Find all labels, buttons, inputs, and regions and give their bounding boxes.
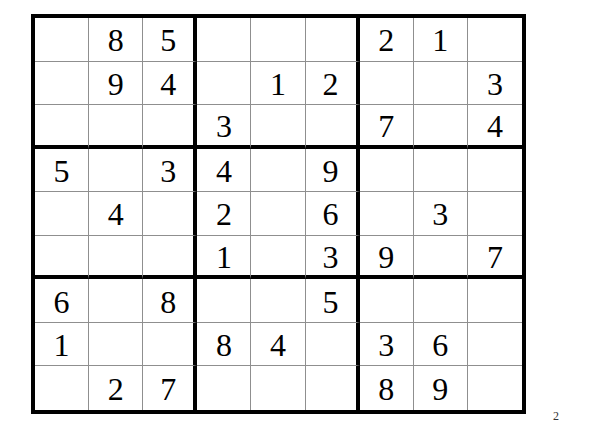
cell-r3c3[interactable] xyxy=(143,105,197,149)
given-digit: 2 xyxy=(216,198,232,230)
cell-r1c6[interactable] xyxy=(306,18,360,62)
given-digit: 3 xyxy=(160,155,176,187)
given-digit: 1 xyxy=(216,241,232,273)
cell-r4c7[interactable] xyxy=(360,149,414,193)
given-digit: 3 xyxy=(216,110,232,142)
given-digit: 5 xyxy=(160,24,176,56)
cell-r2c2[interactable]: 9 xyxy=(89,62,143,106)
cell-r7c1[interactable]: 6 xyxy=(35,279,89,323)
given-digit: 1 xyxy=(54,329,70,361)
cell-r9c2[interactable]: 2 xyxy=(89,366,143,410)
given-digit: 8 xyxy=(216,329,232,361)
given-digit: 7 xyxy=(160,373,176,405)
cell-r1c8[interactable]: 1 xyxy=(414,18,468,62)
cell-r2c4[interactable] xyxy=(197,62,251,106)
given-digit: 5 xyxy=(54,155,70,187)
cell-r5c4[interactable]: 2 xyxy=(197,192,251,236)
cell-r6c6[interactable]: 3 xyxy=(306,236,360,280)
given-digit: 3 xyxy=(323,241,339,273)
cell-r4c1[interactable]: 5 xyxy=(35,149,89,193)
given-digit: 3 xyxy=(378,329,394,361)
cell-r6c3[interactable] xyxy=(143,236,197,280)
given-digit: 4 xyxy=(487,110,503,142)
cell-r5c2[interactable]: 4 xyxy=(89,192,143,236)
cell-r8c6[interactable] xyxy=(306,323,360,367)
cell-r8c2[interactable] xyxy=(89,323,143,367)
cell-r4c8[interactable] xyxy=(414,149,468,193)
given-digit: 7 xyxy=(487,241,503,273)
given-digit: 3 xyxy=(487,68,503,100)
cell-r5c8[interactable]: 3 xyxy=(414,192,468,236)
cell-r5c6[interactable]: 6 xyxy=(306,192,360,236)
cell-r6c5[interactable] xyxy=(251,236,305,280)
cell-r2c6[interactable]: 2 xyxy=(306,62,360,106)
cell-r9c4[interactable] xyxy=(197,366,251,410)
cell-r9c6[interactable] xyxy=(306,366,360,410)
cell-r2c9[interactable]: 3 xyxy=(468,62,522,106)
given-digit: 4 xyxy=(160,68,176,100)
cell-r8c9[interactable] xyxy=(468,323,522,367)
cell-r4c4[interactable]: 4 xyxy=(197,149,251,193)
given-digit: 5 xyxy=(323,286,339,318)
cell-r1c9[interactable] xyxy=(468,18,522,62)
footnote-superscript: 2 xyxy=(553,409,559,424)
cell-r7c6[interactable]: 5 xyxy=(306,279,360,323)
given-digit: 3 xyxy=(432,198,448,230)
cell-r6c9[interactable]: 7 xyxy=(468,236,522,280)
cell-r7c8[interactable] xyxy=(414,279,468,323)
given-digit: 6 xyxy=(323,198,339,230)
cell-r9c1[interactable] xyxy=(35,366,89,410)
given-digit: 1 xyxy=(270,68,286,100)
cell-r2c7[interactable] xyxy=(360,62,414,106)
cell-r3c9[interactable]: 4 xyxy=(468,105,522,149)
given-digit: 8 xyxy=(378,373,394,405)
cell-r8c1[interactable]: 1 xyxy=(35,323,89,367)
given-digit: 2 xyxy=(323,68,339,100)
cell-r7c9[interactable] xyxy=(468,279,522,323)
page: 852194123374534942631397685184362789 2 xyxy=(0,0,600,432)
cell-r6c8[interactable] xyxy=(414,236,468,280)
given-digit: 9 xyxy=(323,155,339,187)
given-digit: 6 xyxy=(54,286,70,318)
given-digit: 6 xyxy=(432,329,448,361)
cell-r6c4[interactable]: 1 xyxy=(197,236,251,280)
cell-r8c8[interactable]: 6 xyxy=(414,323,468,367)
cell-r7c4[interactable] xyxy=(197,279,251,323)
cell-r7c3[interactable]: 8 xyxy=(143,279,197,323)
cell-r6c1[interactable] xyxy=(35,236,89,280)
cell-r9c8[interactable]: 9 xyxy=(414,366,468,410)
cell-r5c1[interactable] xyxy=(35,192,89,236)
cell-r8c3[interactable] xyxy=(143,323,197,367)
cell-r3c2[interactable] xyxy=(89,105,143,149)
cell-r3c8[interactable] xyxy=(414,105,468,149)
cell-r6c2[interactable] xyxy=(89,236,143,280)
given-digit: 2 xyxy=(108,373,124,405)
cell-r2c8[interactable] xyxy=(414,62,468,106)
cell-r8c5[interactable]: 4 xyxy=(251,323,305,367)
cell-r1c1[interactable] xyxy=(35,18,89,62)
given-digit: 7 xyxy=(378,110,394,142)
cell-r8c7[interactable]: 3 xyxy=(360,323,414,367)
cell-r4c9[interactable] xyxy=(468,149,522,193)
cell-r9c9[interactable] xyxy=(468,366,522,410)
cell-r7c5[interactable] xyxy=(251,279,305,323)
cell-r2c5[interactable]: 1 xyxy=(251,62,305,106)
cell-r5c7[interactable] xyxy=(360,192,414,236)
sudoku-board: 852194123374534942631397685184362789 xyxy=(31,14,526,414)
cell-r1c2[interactable]: 8 xyxy=(89,18,143,62)
cell-r4c5[interactable] xyxy=(251,149,305,193)
cell-r2c3[interactable]: 4 xyxy=(143,62,197,106)
given-digit: 8 xyxy=(108,24,124,56)
cell-r3c6[interactable] xyxy=(306,105,360,149)
given-digit: 4 xyxy=(270,329,286,361)
cell-r5c9[interactable] xyxy=(468,192,522,236)
cell-r9c3[interactable]: 7 xyxy=(143,366,197,410)
given-digit: 2 xyxy=(378,24,394,56)
cell-r9c5[interactable] xyxy=(251,366,305,410)
given-digit: 9 xyxy=(108,68,124,100)
cell-r1c3[interactable]: 5 xyxy=(143,18,197,62)
cell-r9c7[interactable]: 8 xyxy=(360,366,414,410)
cell-r3c5[interactable] xyxy=(251,105,305,149)
cell-r3c1[interactable] xyxy=(35,105,89,149)
cell-r1c7[interactable]: 2 xyxy=(360,18,414,62)
cell-r5c5[interactable] xyxy=(251,192,305,236)
cell-r3c4[interactable]: 3 xyxy=(197,105,251,149)
given-digit: 8 xyxy=(160,286,176,318)
given-digit: 1 xyxy=(432,24,448,56)
cell-r1c5[interactable] xyxy=(251,18,305,62)
cell-r7c2[interactable] xyxy=(89,279,143,323)
given-digit: 4 xyxy=(216,155,232,187)
cell-r5c3[interactable] xyxy=(143,192,197,236)
cell-r3c7[interactable]: 7 xyxy=(360,105,414,149)
cell-r6c7[interactable]: 9 xyxy=(360,236,414,280)
cell-r4c6[interactable]: 9 xyxy=(306,149,360,193)
cell-r4c2[interactable] xyxy=(89,149,143,193)
given-digit: 9 xyxy=(432,373,448,405)
cell-r7c7[interactable] xyxy=(360,279,414,323)
cell-r1c4[interactable] xyxy=(197,18,251,62)
given-digit: 4 xyxy=(108,198,124,230)
cell-r8c4[interactable]: 8 xyxy=(197,323,251,367)
cell-r2c1[interactable] xyxy=(35,62,89,106)
given-digit: 9 xyxy=(378,241,394,273)
cell-r4c3[interactable]: 3 xyxy=(143,149,197,193)
